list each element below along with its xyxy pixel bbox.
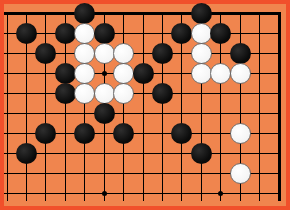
white-stone[interactable] [74,43,95,64]
white-stone[interactable] [191,23,212,44]
black-stone[interactable] [35,123,56,144]
grid-vline [259,12,260,202]
star-point [102,191,107,196]
white-stone[interactable] [230,63,251,84]
white-stone[interactable] [113,83,134,104]
white-stone[interactable] [74,23,95,44]
white-stone[interactable] [74,83,95,104]
white-stone[interactable] [191,43,212,64]
grid-vline [7,12,8,202]
black-stone[interactable] [16,23,37,44]
white-stone[interactable] [191,63,212,84]
white-stone[interactable] [210,63,231,84]
black-stone[interactable] [94,103,115,124]
white-stone[interactable] [94,83,115,104]
white-stone[interactable] [113,63,134,84]
white-stone[interactable] [113,43,134,64]
black-stone[interactable] [16,143,37,164]
grid-vline [45,12,46,202]
black-stone[interactable] [113,123,134,144]
black-stone[interactable] [35,43,56,64]
star-point [218,191,223,196]
black-stone[interactable] [74,123,95,144]
black-stone[interactable] [152,83,173,104]
black-stone[interactable] [171,23,192,44]
black-stone[interactable] [152,43,173,64]
grid-vline [162,12,163,202]
black-stone[interactable] [55,63,76,84]
black-stone[interactable] [133,63,154,84]
black-stone[interactable] [94,23,115,44]
white-stone[interactable] [94,43,115,64]
white-stone[interactable] [74,63,95,84]
black-stone[interactable] [191,143,212,164]
board-right-edge-line [278,12,281,202]
star-point [102,71,107,76]
black-stone[interactable] [191,3,212,24]
black-stone[interactable] [55,23,76,44]
grid-vline [123,12,124,202]
white-stone[interactable] [230,123,251,144]
black-stone[interactable] [171,123,192,144]
white-stone[interactable] [230,163,251,184]
black-stone[interactable] [55,83,76,104]
go-diagram [0,0,290,210]
black-stone[interactable] [210,23,231,44]
black-stone[interactable] [230,43,251,64]
black-stone[interactable] [74,3,95,24]
grid-vline [143,12,144,202]
go-board[interactable] [4,4,286,206]
